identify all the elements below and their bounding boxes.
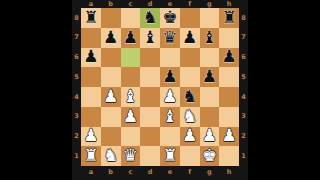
square-f4[interactable]: ♞ <box>180 87 200 107</box>
black-pawn-c7[interactable]: ♟ <box>123 29 138 46</box>
square-c3[interactable]: ♟ <box>121 107 141 127</box>
square-e2[interactable] <box>160 127 180 147</box>
square-c4[interactable]: ♝ <box>121 87 141 107</box>
square-f2[interactable]: ♟ <box>180 127 200 147</box>
file-label-top-g: g <box>200 0 220 8</box>
square-a8[interactable]: ♜ <box>81 8 101 28</box>
square-g4[interactable] <box>200 87 220 107</box>
rank-label-right-6: 6 <box>239 48 248 68</box>
square-e7[interactable]: ♛ <box>160 28 180 48</box>
square-f5[interactable] <box>180 67 200 87</box>
square-e5[interactable]: ♟ <box>160 67 180 87</box>
square-d5[interactable] <box>140 67 160 87</box>
white-pawn-b4[interactable]: ♟ <box>103 88 118 105</box>
square-h1[interactable] <box>219 146 239 166</box>
white-knight-b1[interactable]: ♞ <box>103 147 118 164</box>
square-h7[interactable] <box>219 28 239 48</box>
square-g7[interactable]: ♝ <box>200 28 220 48</box>
rank-label-left-5: 5 <box>72 67 81 87</box>
square-g1[interactable]: ♚ <box>200 146 220 166</box>
black-pawn-a6[interactable]: ♟ <box>83 48 98 65</box>
file-label-bottom-a: a <box>81 166 101 178</box>
square-c5[interactable] <box>121 67 141 87</box>
square-e1[interactable]: ♜ <box>160 146 180 166</box>
file-label-bottom-h: h <box>219 166 239 178</box>
chess-board[interactable]: ♜♞♚♜♟♟♝♛♟♝♟♟♟♟♟♝♟♞♟♝♞♟♟♟♟♜♞♛♜♚ <box>81 8 239 166</box>
black-rook-h8[interactable]: ♜ <box>222 9 237 26</box>
file-label-bottom-d: d <box>140 166 160 178</box>
square-b3[interactable] <box>101 107 121 127</box>
square-d4[interactable] <box>140 87 160 107</box>
black-bishop-g7[interactable]: ♝ <box>202 29 217 46</box>
black-queen-e7[interactable]: ♛ <box>162 29 177 46</box>
square-a3[interactable] <box>81 107 101 127</box>
file-label-top-c: c <box>121 0 141 8</box>
square-b4[interactable]: ♟ <box>101 87 121 107</box>
square-h4[interactable] <box>219 87 239 107</box>
black-pawn-g5[interactable]: ♟ <box>202 68 217 85</box>
square-b1[interactable]: ♞ <box>101 146 121 166</box>
square-g2[interactable]: ♟ <box>200 127 220 147</box>
white-pawn-f2[interactable]: ♟ <box>182 127 197 144</box>
square-e4[interactable]: ♟ <box>160 87 180 107</box>
black-pawn-f7[interactable]: ♟ <box>182 29 197 46</box>
square-h3[interactable] <box>219 107 239 127</box>
rank-label-left-6: 6 <box>72 48 81 68</box>
white-bishop-c4[interactable]: ♝ <box>123 88 138 105</box>
square-h6[interactable]: ♟ <box>219 48 239 68</box>
square-g3[interactable] <box>200 107 220 127</box>
square-d6[interactable] <box>140 48 160 68</box>
white-bishop-e3[interactable]: ♝ <box>162 108 177 125</box>
rank-label-right-8: 8 <box>239 8 248 28</box>
square-h8[interactable]: ♜ <box>219 8 239 28</box>
square-a5[interactable] <box>81 67 101 87</box>
square-d7[interactable]: ♝ <box>140 28 160 48</box>
black-king-e8[interactable]: ♚ <box>162 9 177 26</box>
rank-label-left-3: 3 <box>72 107 81 127</box>
square-d1[interactable] <box>140 146 160 166</box>
square-f8[interactable] <box>180 8 200 28</box>
chess-board-frame: abcdefgh abcdefgh 87654321 87654321 ♜♞♚♜… <box>72 0 248 180</box>
square-c1[interactable]: ♛ <box>121 146 141 166</box>
square-g8[interactable] <box>200 8 220 28</box>
rank-label-left-8: 8 <box>72 8 81 28</box>
black-knight-f4[interactable]: ♞ <box>182 88 197 105</box>
square-h5[interactable] <box>219 67 239 87</box>
square-f3[interactable]: ♞ <box>180 107 200 127</box>
rank-labels-right: 87654321 <box>239 8 248 166</box>
file-label-bottom-e: e <box>160 166 180 178</box>
square-a6[interactable]: ♟ <box>81 48 101 68</box>
file-labels-bottom: abcdefgh <box>81 166 239 178</box>
letterbox-background: abcdefgh abcdefgh 87654321 87654321 ♜♞♚♜… <box>0 0 320 180</box>
black-bishop-d7[interactable]: ♝ <box>143 29 158 46</box>
square-a2[interactable]: ♟ <box>81 127 101 147</box>
file-label-bottom-b: b <box>101 166 121 178</box>
file-label-bottom-f: f <box>180 166 200 178</box>
rank-label-left-4: 4 <box>72 87 81 107</box>
white-pawn-a2[interactable]: ♟ <box>83 127 98 144</box>
square-b6[interactable] <box>101 48 121 68</box>
rank-label-left-2: 2 <box>72 127 81 147</box>
white-queen-c1[interactable]: ♛ <box>123 147 138 164</box>
rank-label-right-4: 4 <box>239 87 248 107</box>
rank-label-right-5: 5 <box>239 67 248 87</box>
square-b5[interactable] <box>101 67 121 87</box>
square-c2[interactable] <box>121 127 141 147</box>
file-label-top-f: f <box>180 0 200 8</box>
square-a7[interactable] <box>81 28 101 48</box>
square-e3[interactable]: ♝ <box>160 107 180 127</box>
black-knight-d8[interactable]: ♞ <box>143 9 158 26</box>
square-h2[interactable]: ♟ <box>219 127 239 147</box>
white-knight-f3[interactable]: ♞ <box>182 108 197 125</box>
file-label-bottom-g: g <box>200 166 220 178</box>
white-pawn-h2[interactable]: ♟ <box>222 127 237 144</box>
white-pawn-g2[interactable]: ♟ <box>202 127 217 144</box>
white-pawn-c3[interactable]: ♟ <box>123 108 138 125</box>
rank-label-right-1: 1 <box>239 146 248 166</box>
white-rook-a1[interactable]: ♜ <box>83 147 98 164</box>
square-c8[interactable] <box>121 8 141 28</box>
square-d3[interactable] <box>140 107 160 127</box>
square-g6[interactable] <box>200 48 220 68</box>
square-f1[interactable] <box>180 146 200 166</box>
rank-label-right-3: 3 <box>239 107 248 127</box>
file-labels-top: abcdefgh <box>81 0 239 8</box>
square-a4[interactable] <box>81 87 101 107</box>
square-d8[interactable]: ♞ <box>140 8 160 28</box>
rank-label-right-2: 2 <box>239 127 248 147</box>
square-d2[interactable] <box>140 127 160 147</box>
square-b2[interactable] <box>101 127 121 147</box>
black-rook-a8[interactable]: ♜ <box>83 9 98 26</box>
square-f6[interactable] <box>180 48 200 68</box>
square-e8[interactable]: ♚ <box>160 8 180 28</box>
square-c6[interactable] <box>121 48 141 68</box>
rank-label-right-7: 7 <box>239 28 248 48</box>
square-c7[interactable]: ♟ <box>121 28 141 48</box>
rank-label-left-1: 1 <box>72 146 81 166</box>
square-g5[interactable]: ♟ <box>200 67 220 87</box>
square-a1[interactable]: ♜ <box>81 146 101 166</box>
rank-labels-left: 87654321 <box>72 8 81 166</box>
file-label-top-b: b <box>101 0 121 8</box>
rank-label-left-7: 7 <box>72 28 81 48</box>
white-king-g1[interactable]: ♚ <box>202 147 217 164</box>
black-pawn-b7[interactable]: ♟ <box>103 29 118 46</box>
black-pawn-e5[interactable]: ♟ <box>162 68 177 85</box>
white-pawn-e4[interactable]: ♟ <box>162 88 177 105</box>
square-e6[interactable] <box>160 48 180 68</box>
square-b7[interactable]: ♟ <box>101 28 121 48</box>
white-rook-e1[interactable]: ♜ <box>162 147 177 164</box>
square-b8[interactable] <box>101 8 121 28</box>
square-f7[interactable]: ♟ <box>180 28 200 48</box>
file-label-bottom-c: c <box>121 166 141 178</box>
black-pawn-h6[interactable]: ♟ <box>222 48 237 65</box>
